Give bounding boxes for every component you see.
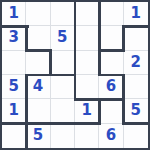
cell-r1c2[interactable] bbox=[26, 2, 50, 26]
given-digit: 4 bbox=[33, 79, 43, 94]
cell-r6c1[interactable] bbox=[2, 124, 26, 148]
cell-r3c3[interactable] bbox=[51, 51, 75, 75]
cell-r1c6[interactable]: 1 bbox=[124, 2, 148, 26]
cell-r1c3[interactable] bbox=[51, 2, 75, 26]
cell-r4c5[interactable]: 6 bbox=[99, 75, 123, 99]
cell-r2c2[interactable] bbox=[26, 26, 50, 50]
given-digit: 1 bbox=[8, 6, 18, 21]
puzzle-page: 1135254611556 bbox=[0, 0, 150, 150]
cell-r5c4[interactable]: 1 bbox=[75, 99, 99, 123]
cell-r1c1[interactable]: 1 bbox=[2, 2, 26, 26]
given-digit: 1 bbox=[8, 103, 18, 118]
cell-r6c4[interactable] bbox=[75, 124, 99, 148]
cell-grid: 1135254611556 bbox=[2, 2, 148, 148]
cell-r6c3[interactable] bbox=[51, 124, 75, 148]
cell-r1c5[interactable] bbox=[99, 2, 123, 26]
puzzle-board: 1135254611556 bbox=[0, 0, 150, 150]
cell-r4c4[interactable] bbox=[75, 75, 99, 99]
cell-r5c5[interactable] bbox=[99, 99, 123, 123]
cell-r2c1[interactable]: 3 bbox=[2, 26, 26, 50]
cell-r3c6[interactable]: 2 bbox=[124, 51, 148, 75]
given-digit: 3 bbox=[8, 30, 18, 45]
given-digit: 5 bbox=[131, 103, 141, 118]
given-digit: 6 bbox=[106, 79, 116, 94]
cell-r6c2[interactable]: 5 bbox=[26, 124, 50, 148]
cell-r6c5[interactable]: 6 bbox=[99, 124, 123, 148]
given-digit: 5 bbox=[57, 30, 67, 45]
cell-r5c3[interactable] bbox=[51, 99, 75, 123]
cell-r3c2[interactable] bbox=[26, 51, 50, 75]
given-digit: 6 bbox=[106, 128, 116, 143]
cell-r5c2[interactable] bbox=[26, 99, 50, 123]
given-digit: 5 bbox=[33, 128, 43, 143]
cell-r3c1[interactable] bbox=[2, 51, 26, 75]
cell-r2c3[interactable]: 5 bbox=[51, 26, 75, 50]
cell-r1c4[interactable] bbox=[75, 2, 99, 26]
cell-r4c3[interactable] bbox=[51, 75, 75, 99]
given-digit: 2 bbox=[131, 54, 141, 69]
cell-r2c6[interactable] bbox=[124, 26, 148, 50]
cell-r3c5[interactable] bbox=[99, 51, 123, 75]
given-digit: 1 bbox=[131, 6, 141, 21]
cell-r2c4[interactable] bbox=[75, 26, 99, 50]
cell-r5c6[interactable]: 5 bbox=[124, 99, 148, 123]
given-digit: 1 bbox=[81, 103, 91, 118]
cell-r4c6[interactable] bbox=[124, 75, 148, 99]
cell-r6c6[interactable] bbox=[124, 124, 148, 148]
given-digit: 5 bbox=[8, 79, 18, 94]
cell-r4c2[interactable]: 4 bbox=[26, 75, 50, 99]
cell-r4c1[interactable]: 5 bbox=[2, 75, 26, 99]
cell-r5c1[interactable]: 1 bbox=[2, 99, 26, 123]
cell-r2c5[interactable] bbox=[99, 26, 123, 50]
cell-r3c4[interactable] bbox=[75, 51, 99, 75]
